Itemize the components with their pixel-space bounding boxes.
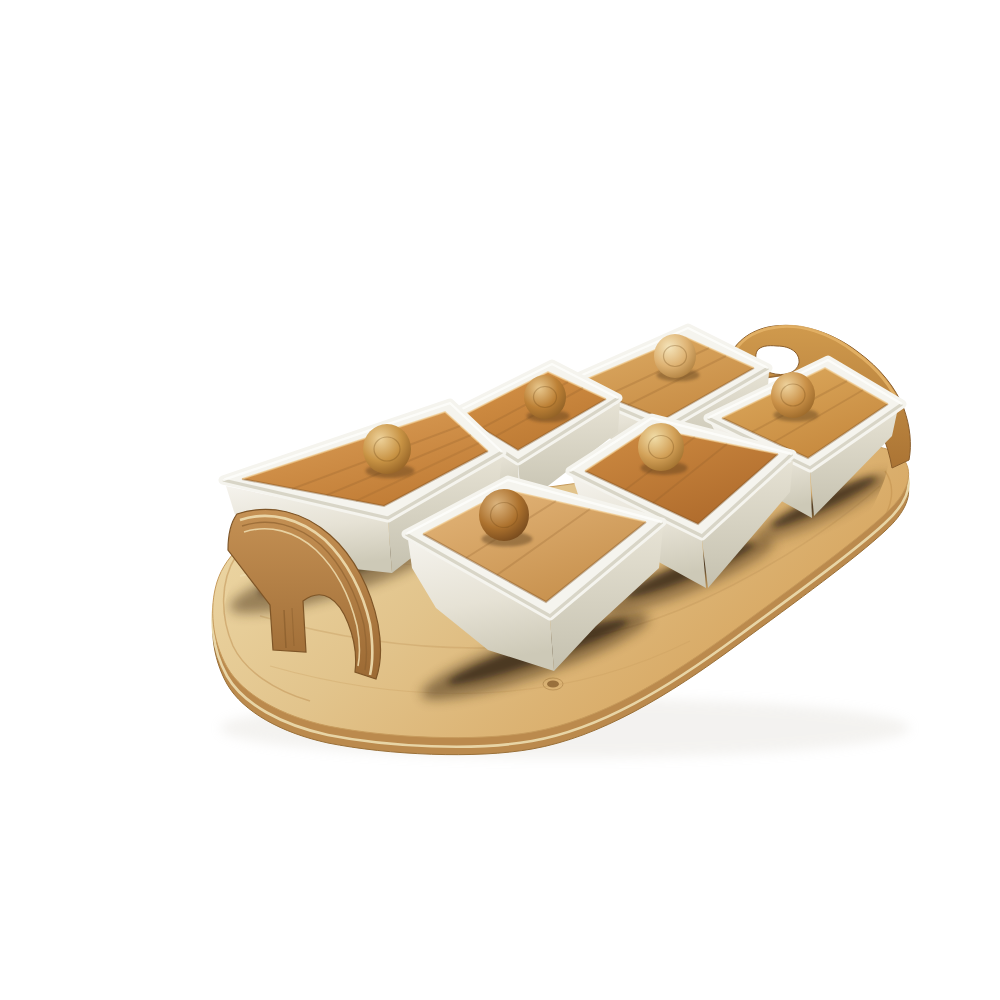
dish-2-knob	[524, 375, 566, 419]
dish-3-knob	[654, 334, 696, 378]
dish-4-knob	[771, 372, 815, 418]
dish-6-knob	[479, 489, 529, 541]
product-photo: Light beech wooden serving tray with two…	[40, 16, 1000, 1000]
scene-svg	[40, 16, 1000, 1000]
tray-knot	[547, 681, 559, 688]
dish-1-knob	[363, 424, 411, 474]
dish-5-knob	[638, 423, 684, 471]
